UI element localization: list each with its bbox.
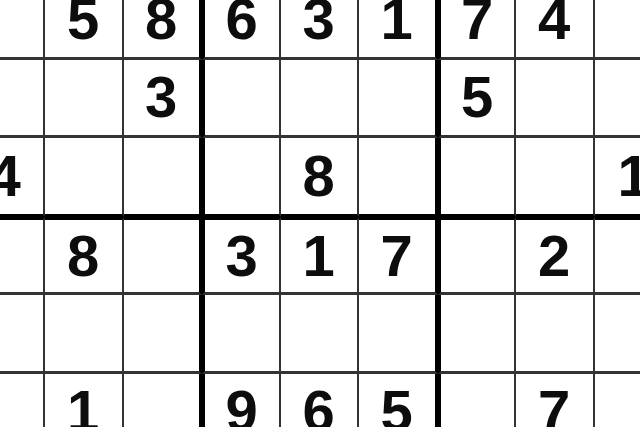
cell-r4c9[interactable] xyxy=(595,217,640,296)
sudoku-crop-viewport: 5863174354818317219657 xyxy=(0,0,640,427)
cell-r5c2[interactable] xyxy=(45,295,124,374)
cell-r2c5[interactable] xyxy=(281,60,360,139)
cell-r6c5[interactable]: 6 xyxy=(281,374,360,427)
cell-r6c1[interactable] xyxy=(0,374,45,427)
cell-r5c5[interactable] xyxy=(281,295,360,374)
cell-r4c6[interactable]: 7 xyxy=(359,217,438,296)
cell-r3c8[interactable] xyxy=(516,138,595,217)
cell-r6c8[interactable]: 7 xyxy=(516,374,595,427)
cell-r2c1[interactable] xyxy=(0,60,45,139)
cell-r3c6[interactable] xyxy=(359,138,438,217)
cell-r2c3[interactable]: 3 xyxy=(124,60,203,139)
cell-r2c7[interactable]: 5 xyxy=(438,60,517,139)
cell-r4c2[interactable]: 8 xyxy=(45,217,124,296)
cell-r2c6[interactable] xyxy=(359,60,438,139)
cell-r6c4[interactable]: 9 xyxy=(202,374,281,427)
cell-r2c8[interactable] xyxy=(516,60,595,139)
cell-r5c1[interactable] xyxy=(0,295,45,374)
cell-r1c6[interactable]: 1 xyxy=(359,0,438,60)
cell-r3c5[interactable]: 8 xyxy=(281,138,360,217)
cell-r3c7[interactable] xyxy=(438,138,517,217)
cell-r5c4[interactable] xyxy=(202,295,281,374)
cell-r2c2[interactable] xyxy=(45,60,124,139)
cell-r1c5[interactable]: 3 xyxy=(281,0,360,60)
cell-r6c6[interactable]: 5 xyxy=(359,374,438,427)
cell-r3c4[interactable] xyxy=(202,138,281,217)
cell-r3c9[interactable]: 1 xyxy=(595,138,640,217)
cell-r5c7[interactable] xyxy=(438,295,517,374)
cell-r4c3[interactable] xyxy=(124,217,203,296)
cell-r4c1[interactable] xyxy=(0,217,45,296)
cell-r6c2[interactable]: 1 xyxy=(45,374,124,427)
cell-r6c9[interactable] xyxy=(595,374,640,427)
cell-r1c2[interactable]: 5 xyxy=(45,0,124,60)
cell-r5c9[interactable] xyxy=(595,295,640,374)
cell-r1c4[interactable]: 6 xyxy=(202,0,281,60)
cell-r3c3[interactable] xyxy=(124,138,203,217)
cell-r3c1[interactable]: 4 xyxy=(0,138,45,217)
cell-r1c9[interactable] xyxy=(595,0,640,60)
cell-r2c9[interactable] xyxy=(595,60,640,139)
cell-r4c5[interactable]: 1 xyxy=(281,217,360,296)
cell-r6c3[interactable] xyxy=(124,374,203,427)
cell-r6c7[interactable] xyxy=(438,374,517,427)
cell-r5c3[interactable] xyxy=(124,295,203,374)
cell-r5c6[interactable] xyxy=(359,295,438,374)
sudoku-board: 5863174354818317219657 xyxy=(0,0,640,427)
cell-r4c4[interactable]: 3 xyxy=(202,217,281,296)
cell-r1c1[interactable] xyxy=(0,0,45,60)
cell-r2c4[interactable] xyxy=(202,60,281,139)
cell-r1c7[interactable]: 7 xyxy=(438,0,517,60)
cell-r4c8[interactable]: 2 xyxy=(516,217,595,296)
cell-r4c7[interactable] xyxy=(438,217,517,296)
cell-r1c3[interactable]: 8 xyxy=(124,0,203,60)
cell-r5c8[interactable] xyxy=(516,295,595,374)
cell-r1c8[interactable]: 4 xyxy=(516,0,595,60)
cell-r3c2[interactable] xyxy=(45,138,124,217)
